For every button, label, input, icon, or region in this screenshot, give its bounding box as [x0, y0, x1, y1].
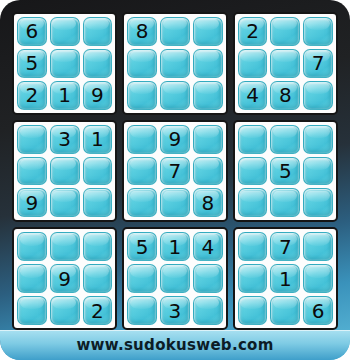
cell-r6c8[interactable] [270, 188, 300, 217]
cell-r7c7[interactable] [238, 232, 268, 261]
cell-r8c1[interactable] [17, 264, 47, 293]
given-digit: 5 [136, 237, 149, 257]
cell-r9c2[interactable] [50, 296, 80, 325]
sudoku-board: 65219827483199785925143716 www.sudokuswe… [0, 0, 350, 360]
cell-r8c3[interactable] [83, 264, 113, 293]
given-digit: 1 [91, 129, 104, 149]
cell-r1c7[interactable]: 2 [238, 17, 268, 46]
cell-r8c2[interactable]: 9 [50, 264, 80, 293]
cell-r7c6[interactable]: 4 [193, 232, 223, 261]
cell-r5c5[interactable]: 7 [160, 157, 190, 186]
given-digit: 9 [58, 269, 71, 289]
cell-r8c4[interactable] [127, 264, 157, 293]
given-digit: 6 [26, 21, 39, 41]
cell-r6c6[interactable]: 8 [193, 188, 223, 217]
cell-r9c9[interactable]: 6 [303, 296, 333, 325]
cell-r1c6[interactable] [193, 17, 223, 46]
given-digit: 6 [312, 301, 325, 321]
cell-r1c8[interactable] [270, 17, 300, 46]
block-0-2: 2748 [233, 12, 338, 115]
cell-r7c1[interactable] [17, 232, 47, 261]
sudoku-grid: 65219827483199785925143716 [12, 12, 338, 330]
given-digit: 9 [169, 129, 182, 149]
block-1-2: 5 [233, 120, 338, 223]
block-1-1: 978 [122, 120, 227, 223]
given-digit: 2 [246, 21, 259, 41]
cell-r1c3[interactable] [83, 17, 113, 46]
cell-r3c8[interactable]: 8 [270, 81, 300, 110]
cell-r3c2[interactable]: 1 [50, 81, 80, 110]
cell-r6c5[interactable] [160, 188, 190, 217]
cell-r5c9[interactable] [303, 157, 333, 186]
cell-r9c4[interactable] [127, 296, 157, 325]
given-digit: 1 [58, 85, 71, 105]
cell-r3c4[interactable] [127, 81, 157, 110]
given-digit: 7 [279, 237, 292, 257]
cell-r1c1[interactable]: 6 [17, 17, 47, 46]
cell-r9c6[interactable] [193, 296, 223, 325]
cell-r8c5[interactable] [160, 264, 190, 293]
cell-r7c5[interactable]: 1 [160, 232, 190, 261]
cell-r4c9[interactable] [303, 125, 333, 154]
cell-r3c7[interactable]: 4 [238, 81, 268, 110]
cell-r3c1[interactable]: 2 [17, 81, 47, 110]
cell-r3c5[interactable] [160, 81, 190, 110]
cell-r1c2[interactable] [50, 17, 80, 46]
block-2-0: 92 [12, 227, 117, 330]
given-digit: 3 [58, 129, 71, 149]
cell-r6c4[interactable] [127, 188, 157, 217]
given-digit: 9 [91, 85, 104, 105]
cell-r5c7[interactable] [238, 157, 268, 186]
cell-r2c9[interactable]: 7 [303, 49, 333, 78]
block-2-1: 5143 [122, 227, 227, 330]
block-0-0: 65219 [12, 12, 117, 115]
cell-r6c9[interactable] [303, 188, 333, 217]
cell-r5c6[interactable] [193, 157, 223, 186]
cell-r2c2[interactable] [50, 49, 80, 78]
cell-r7c8[interactable]: 7 [270, 232, 300, 261]
cell-r9c7[interactable] [238, 296, 268, 325]
cell-r1c4[interactable]: 8 [127, 17, 157, 46]
cell-r5c8[interactable]: 5 [270, 157, 300, 186]
cell-r8c9[interactable] [303, 264, 333, 293]
given-digit: 2 [91, 301, 104, 321]
given-digit: 8 [201, 193, 214, 213]
block-1-0: 319 [12, 120, 117, 223]
given-digit: 8 [136, 21, 149, 41]
given-digit: 2 [26, 85, 39, 105]
cell-r4c7[interactable] [238, 125, 268, 154]
block-0-1: 8 [122, 12, 227, 115]
cell-r2c3[interactable] [83, 49, 113, 78]
given-digit: 7 [312, 53, 325, 73]
cell-r4c4[interactable] [127, 125, 157, 154]
cell-r4c8[interactable] [270, 125, 300, 154]
cell-r6c7[interactable] [238, 188, 268, 217]
cell-r2c6[interactable] [193, 49, 223, 78]
cell-r2c1[interactable]: 5 [17, 49, 47, 78]
cell-r2c8[interactable] [270, 49, 300, 78]
cell-r4c6[interactable] [193, 125, 223, 154]
given-digit: 8 [279, 85, 292, 105]
site-url-link[interactable]: www.sudokusweb.com [76, 336, 273, 354]
given-digit: 4 [246, 85, 259, 105]
cell-r9c8[interactable] [270, 296, 300, 325]
cell-r1c5[interactable] [160, 17, 190, 46]
cell-r3c3[interactable]: 9 [83, 81, 113, 110]
cell-r9c3[interactable]: 2 [83, 296, 113, 325]
cell-r8c8[interactable]: 1 [270, 264, 300, 293]
cell-r5c1[interactable] [17, 157, 47, 186]
cell-r1c9[interactable] [303, 17, 333, 46]
cell-r9c1[interactable] [17, 296, 47, 325]
cell-r8c7[interactable] [238, 264, 268, 293]
cell-r5c3[interactable] [83, 157, 113, 186]
cell-r9c5[interactable]: 3 [160, 296, 190, 325]
given-digit: 3 [169, 301, 182, 321]
cell-r6c2[interactable] [50, 188, 80, 217]
given-digit: 5 [279, 161, 292, 181]
cell-r3c9[interactable] [303, 81, 333, 110]
given-digit: 5 [26, 53, 39, 73]
given-digit: 4 [201, 237, 214, 257]
cell-r2c4[interactable] [127, 49, 157, 78]
cell-r2c5[interactable] [160, 49, 190, 78]
cell-r7c2[interactable] [50, 232, 80, 261]
cell-r4c2[interactable]: 3 [50, 125, 80, 154]
cell-r2c7[interactable] [238, 49, 268, 78]
given-digit: 1 [279, 269, 292, 289]
cell-r6c3[interactable] [83, 188, 113, 217]
given-digit: 9 [26, 193, 39, 213]
cell-r7c4[interactable]: 5 [127, 232, 157, 261]
site-footer: www.sudokusweb.com [0, 330, 350, 360]
given-digit: 1 [169, 237, 182, 257]
cell-r3c6[interactable] [193, 81, 223, 110]
cell-r8c6[interactable] [193, 264, 223, 293]
cell-r4c1[interactable] [17, 125, 47, 154]
cell-r7c3[interactable] [83, 232, 113, 261]
block-2-2: 716 [233, 227, 338, 330]
given-digit: 7 [169, 161, 182, 181]
cell-r4c3[interactable]: 1 [83, 125, 113, 154]
cell-r6c1[interactable]: 9 [17, 188, 47, 217]
cell-r5c2[interactable] [50, 157, 80, 186]
cell-r7c9[interactable] [303, 232, 333, 261]
cell-r4c5[interactable]: 9 [160, 125, 190, 154]
cell-r5c4[interactable] [127, 157, 157, 186]
